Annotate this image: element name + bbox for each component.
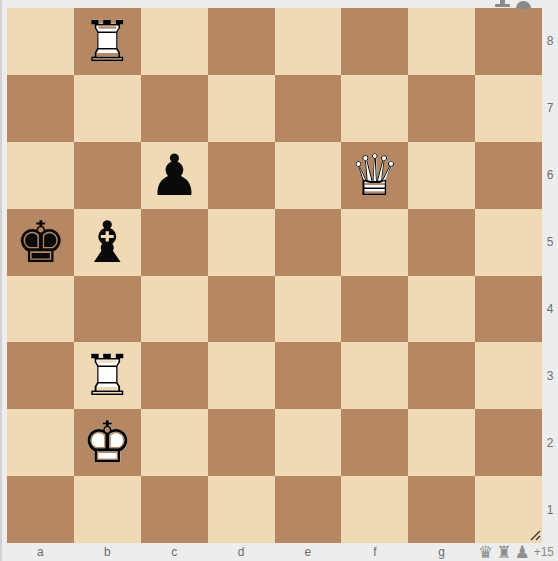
- square-e7[interactable]: [275, 75, 342, 142]
- white-rook-outline-glyph: ♖: [82, 13, 133, 70]
- rank-coordinates: 87654321: [542, 8, 558, 543]
- black-bishop-glyph: ♝: [82, 214, 133, 271]
- square-h2[interactable]: [475, 409, 542, 476]
- square-e4[interactable]: [275, 276, 342, 343]
- piece-white-king-b2[interactable]: ♚♔: [74, 409, 141, 476]
- square-a7[interactable]: [7, 75, 74, 142]
- square-c7[interactable]: [141, 75, 208, 142]
- chess-analysis-view: ♜♖♟♛♕♚♝♜♖♚♔ 87654321 abcdefg ♛♜♟+15: [0, 0, 558, 561]
- square-f8[interactable]: [341, 8, 408, 75]
- square-c5[interactable]: [141, 209, 208, 276]
- square-h8[interactable]: [475, 8, 542, 75]
- piece-white-queen-f6[interactable]: ♛♕: [341, 142, 408, 209]
- square-c4[interactable]: [141, 276, 208, 343]
- black-king-glyph: ♚: [15, 214, 66, 271]
- square-f3[interactable]: [341, 342, 408, 409]
- square-b4[interactable]: [74, 276, 141, 343]
- rank-label-3: 3: [542, 342, 558, 409]
- square-h7[interactable]: [475, 75, 542, 142]
- square-f1[interactable]: [341, 476, 408, 543]
- square-c1[interactable]: [141, 476, 208, 543]
- captured-rook-icon: ♜: [496, 543, 511, 561]
- square-a4[interactable]: [7, 276, 74, 343]
- file-label-e: e: [275, 543, 342, 561]
- square-e2[interactable]: [275, 409, 342, 476]
- white-queen-outline-glyph: ♕: [349, 147, 400, 204]
- top-toolbar-clipped: [495, 0, 531, 8]
- material-score: +15: [534, 545, 554, 559]
- square-d4[interactable]: [208, 276, 275, 343]
- piece-white-rook-b3[interactable]: ♜♖: [74, 342, 141, 409]
- square-f4[interactable]: [341, 276, 408, 343]
- square-g2[interactable]: [408, 409, 475, 476]
- file-label-c: c: [141, 543, 208, 561]
- chess-board[interactable]: ♜♖♟♛♕♚♝♜♖♚♔: [7, 8, 542, 543]
- square-a8[interactable]: [7, 8, 74, 75]
- square-c8[interactable]: [141, 8, 208, 75]
- rank-label-5: 5: [542, 209, 558, 276]
- square-f2[interactable]: [341, 409, 408, 476]
- square-d3[interactable]: [208, 342, 275, 409]
- rank-label-1: 1: [542, 476, 558, 543]
- white-rook-outline-glyph: ♖: [82, 347, 133, 404]
- square-d7[interactable]: [208, 75, 275, 142]
- square-e1[interactable]: [275, 476, 342, 543]
- clipped-piece-stand-icon[interactable]: [495, 0, 510, 8]
- rank-label-8: 8: [542, 8, 558, 75]
- square-b8[interactable]: ♜♖: [74, 8, 141, 75]
- square-e3[interactable]: [275, 342, 342, 409]
- square-f5[interactable]: [341, 209, 408, 276]
- file-label-b: b: [74, 543, 141, 561]
- square-f6[interactable]: ♛♕: [341, 142, 408, 209]
- square-g3[interactable]: [408, 342, 475, 409]
- clipped-pawn-icon[interactable]: [516, 1, 531, 9]
- board-resize-handle[interactable]: [529, 529, 542, 542]
- material-tray: ♛♜♟+15: [478, 543, 554, 561]
- square-d6[interactable]: [208, 142, 275, 209]
- square-b1[interactable]: [74, 476, 141, 543]
- piece-white-rook-b8[interactable]: ♜♖: [74, 8, 141, 75]
- captured-queen-icon: ♛: [478, 543, 493, 561]
- square-e5[interactable]: [275, 209, 342, 276]
- square-h3[interactable]: [475, 342, 542, 409]
- rank-label-4: 4: [542, 276, 558, 343]
- black-pawn-glyph: ♟: [149, 147, 200, 204]
- square-a1[interactable]: [7, 476, 74, 543]
- piece-black-pawn-c6[interactable]: ♟: [141, 142, 208, 209]
- square-a2[interactable]: [7, 409, 74, 476]
- square-a6[interactable]: [7, 142, 74, 209]
- square-g4[interactable]: [408, 276, 475, 343]
- square-e8[interactable]: [275, 8, 342, 75]
- square-d1[interactable]: [208, 476, 275, 543]
- square-g8[interactable]: [408, 8, 475, 75]
- square-b5[interactable]: ♝: [74, 209, 141, 276]
- square-a5[interactable]: ♚: [7, 209, 74, 276]
- square-g5[interactable]: [408, 209, 475, 276]
- file-coordinates: abcdefg: [7, 543, 542, 561]
- square-b7[interactable]: [74, 75, 141, 142]
- square-c2[interactable]: [141, 409, 208, 476]
- square-a3[interactable]: [7, 342, 74, 409]
- square-h6[interactable]: [475, 142, 542, 209]
- file-label-d: d: [208, 543, 275, 561]
- piece-black-bishop-b5[interactable]: ♝: [74, 209, 141, 276]
- square-h4[interactable]: [475, 276, 542, 343]
- file-label-a: a: [7, 543, 74, 561]
- square-d8[interactable]: [208, 8, 275, 75]
- square-b3[interactable]: ♜♖: [74, 342, 141, 409]
- square-d2[interactable]: [208, 409, 275, 476]
- file-label-g: g: [408, 543, 475, 561]
- square-g1[interactable]: [408, 476, 475, 543]
- square-c3[interactable]: [141, 342, 208, 409]
- square-b6[interactable]: [74, 142, 141, 209]
- square-c6[interactable]: ♟: [141, 142, 208, 209]
- square-e6[interactable]: [275, 142, 342, 209]
- rank-label-6: 6: [542, 142, 558, 209]
- square-g7[interactable]: [408, 75, 475, 142]
- square-g6[interactable]: [408, 142, 475, 209]
- square-f7[interactable]: [341, 75, 408, 142]
- rank-label-2: 2: [542, 409, 558, 476]
- square-b2[interactable]: ♚♔: [74, 409, 141, 476]
- piece-black-king-a5[interactable]: ♚: [7, 209, 74, 276]
- captured-pawn-icon: ♟: [514, 543, 529, 561]
- file-label-f: f: [341, 543, 408, 561]
- window-left-edge: [0, 0, 2, 561]
- rank-label-7: 7: [542, 75, 558, 142]
- square-d5[interactable]: [208, 209, 275, 276]
- square-h5[interactable]: [475, 209, 542, 276]
- white-king-outline-glyph: ♔: [82, 414, 133, 471]
